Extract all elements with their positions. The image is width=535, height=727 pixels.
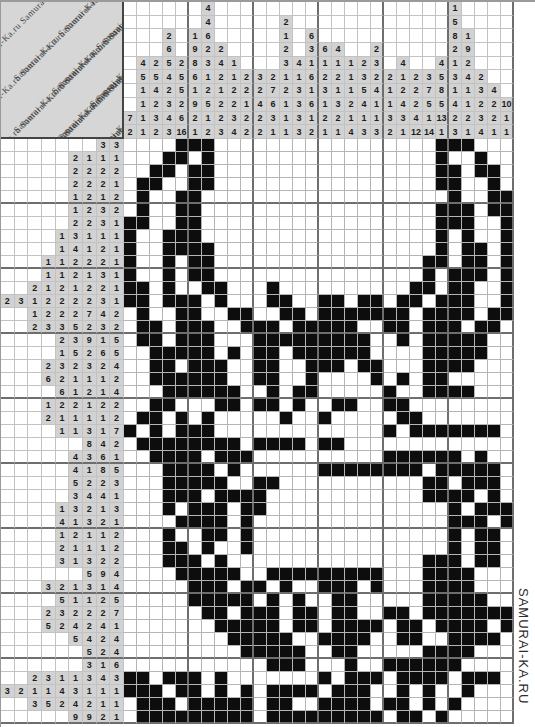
empty-cell[interactable] [332,542,345,555]
empty-cell[interactable] [384,568,397,581]
empty-cell[interactable] [384,230,397,243]
empty-cell[interactable] [332,243,345,256]
empty-cell[interactable] [345,555,358,568]
empty-cell[interactable] [345,152,358,165]
filled-cell[interactable] [124,295,137,308]
empty-cell[interactable] [449,412,462,425]
filled-cell[interactable] [137,672,150,685]
empty-cell[interactable] [397,269,410,282]
filled-cell[interactable] [475,165,488,178]
filled-cell[interactable] [254,360,267,373]
filled-cell[interactable] [371,581,384,594]
empty-cell[interactable] [410,139,423,152]
filled-cell[interactable] [423,607,436,620]
empty-cell[interactable] [137,269,150,282]
filled-cell[interactable] [358,620,371,633]
empty-cell[interactable] [215,178,228,191]
filled-cell[interactable] [124,243,137,256]
empty-cell[interactable] [306,633,319,646]
empty-cell[interactable] [124,698,137,711]
empty-cell[interactable] [358,269,371,282]
empty-cell[interactable] [319,659,332,672]
filled-cell[interactable] [124,217,137,230]
filled-cell[interactable] [241,607,254,620]
filled-cell[interactable] [176,542,189,555]
empty-cell[interactable] [345,516,358,529]
empty-cell[interactable] [423,464,436,477]
empty-cell[interactable] [124,204,137,217]
filled-cell[interactable] [293,594,306,607]
empty-cell[interactable] [202,646,215,659]
filled-cell[interactable] [293,438,306,451]
filled-cell[interactable] [215,295,228,308]
filled-cell[interactable] [345,334,358,347]
empty-cell[interactable] [228,646,241,659]
empty-cell[interactable] [410,321,423,334]
empty-cell[interactable] [215,256,228,269]
empty-cell[interactable] [475,581,488,594]
empty-cell[interactable] [397,646,410,659]
filled-cell[interactable] [319,438,332,451]
empty-cell[interactable] [215,269,228,282]
filled-cell[interactable] [254,581,267,594]
filled-cell[interactable] [124,425,137,438]
filled-cell[interactable] [215,490,228,503]
filled-cell[interactable] [280,646,293,659]
empty-cell[interactable] [488,347,501,360]
empty-cell[interactable] [501,685,514,698]
empty-cell[interactable] [254,698,267,711]
empty-cell[interactable] [475,412,488,425]
filled-cell[interactable] [436,425,449,438]
filled-cell[interactable] [280,438,293,451]
empty-cell[interactable] [488,659,501,672]
empty-cell[interactable] [319,607,332,620]
filled-cell[interactable] [163,399,176,412]
empty-cell[interactable] [280,243,293,256]
empty-cell[interactable] [358,230,371,243]
empty-cell[interactable] [254,542,267,555]
filled-cell[interactable] [436,477,449,490]
empty-cell[interactable] [397,139,410,152]
empty-cell[interactable] [384,347,397,360]
empty-cell[interactable] [293,477,306,490]
filled-cell[interactable] [189,256,202,269]
filled-cell[interactable] [462,256,475,269]
filled-cell[interactable] [215,672,228,685]
empty-cell[interactable] [280,347,293,360]
empty-cell[interactable] [501,386,514,399]
empty-cell[interactable] [371,165,384,178]
filled-cell[interactable] [345,633,358,646]
empty-cell[interactable] [215,464,228,477]
empty-cell[interactable] [332,672,345,685]
empty-cell[interactable] [319,386,332,399]
empty-cell[interactable] [202,633,215,646]
empty-cell[interactable] [501,568,514,581]
empty-cell[interactable] [423,230,436,243]
empty-cell[interactable] [241,347,254,360]
empty-cell[interactable] [319,204,332,217]
empty-cell[interactable] [163,139,176,152]
empty-cell[interactable] [124,646,137,659]
empty-cell[interactable] [267,555,280,568]
empty-cell[interactable] [410,243,423,256]
filled-cell[interactable] [384,464,397,477]
filled-cell[interactable] [436,711,449,724]
filled-cell[interactable] [176,672,189,685]
empty-cell[interactable] [488,282,501,295]
empty-cell[interactable] [228,243,241,256]
empty-cell[interactable] [410,698,423,711]
filled-cell[interactable] [397,399,410,412]
empty-cell[interactable] [137,633,150,646]
filled-cell[interactable] [319,633,332,646]
empty-cell[interactable] [384,282,397,295]
empty-cell[interactable] [358,516,371,529]
filled-cell[interactable] [241,620,254,633]
filled-cell[interactable] [215,438,228,451]
filled-cell[interactable] [254,646,267,659]
filled-cell[interactable] [202,165,215,178]
empty-cell[interactable] [371,347,384,360]
filled-cell[interactable] [462,516,475,529]
empty-cell[interactable] [163,191,176,204]
filled-cell[interactable] [254,633,267,646]
empty-cell[interactable] [410,204,423,217]
filled-cell[interactable] [462,581,475,594]
filled-cell[interactable] [475,529,488,542]
filled-cell[interactable] [345,321,358,334]
empty-cell[interactable] [280,269,293,282]
filled-cell[interactable] [475,503,488,516]
filled-cell[interactable] [436,646,449,659]
filled-cell[interactable] [189,516,202,529]
filled-cell[interactable] [241,646,254,659]
empty-cell[interactable] [228,139,241,152]
empty-cell[interactable] [371,412,384,425]
empty-cell[interactable] [137,581,150,594]
filled-cell[interactable] [319,321,332,334]
empty-cell[interactable] [228,321,241,334]
empty-cell[interactable] [345,425,358,438]
empty-cell[interactable] [358,490,371,503]
empty-cell[interactable] [475,659,488,672]
empty-cell[interactable] [254,568,267,581]
filled-cell[interactable] [397,373,410,386]
empty-cell[interactable] [280,152,293,165]
empty-cell[interactable] [384,529,397,542]
empty-cell[interactable] [163,659,176,672]
empty-cell[interactable] [137,503,150,516]
filled-cell[interactable] [150,360,163,373]
empty-cell[interactable] [501,334,514,347]
filled-cell[interactable] [189,334,202,347]
empty-cell[interactable] [345,373,358,386]
empty-cell[interactable] [163,308,176,321]
empty-cell[interactable] [488,516,501,529]
empty-cell[interactable] [384,412,397,425]
empty-cell[interactable] [371,438,384,451]
empty-cell[interactable] [436,698,449,711]
empty-cell[interactable] [163,204,176,217]
empty-cell[interactable] [488,399,501,412]
empty-cell[interactable] [475,217,488,230]
filled-cell[interactable] [202,334,215,347]
empty-cell[interactable] [202,308,215,321]
empty-cell[interactable] [306,698,319,711]
filled-cell[interactable] [397,620,410,633]
empty-cell[interactable] [202,490,215,503]
empty-cell[interactable] [306,178,319,191]
filled-cell[interactable] [449,503,462,516]
filled-cell[interactable] [267,698,280,711]
empty-cell[interactable] [150,516,163,529]
empty-cell[interactable] [137,594,150,607]
filled-cell[interactable] [423,698,436,711]
empty-cell[interactable] [358,542,371,555]
empty-cell[interactable] [332,178,345,191]
empty-cell[interactable] [384,594,397,607]
filled-cell[interactable] [228,347,241,360]
filled-cell[interactable] [189,360,202,373]
empty-cell[interactable] [384,165,397,178]
filled-cell[interactable] [488,308,501,321]
empty-cell[interactable] [293,542,306,555]
empty-cell[interactable] [397,165,410,178]
empty-cell[interactable] [488,256,501,269]
empty-cell[interactable] [254,295,267,308]
empty-cell[interactable] [124,165,137,178]
empty-cell[interactable] [449,399,462,412]
filled-cell[interactable] [449,295,462,308]
empty-cell[interactable] [488,386,501,399]
empty-cell[interactable] [306,425,319,438]
empty-cell[interactable] [124,152,137,165]
filled-cell[interactable] [150,165,163,178]
filled-cell[interactable] [501,243,514,256]
filled-cell[interactable] [228,386,241,399]
empty-cell[interactable] [124,581,137,594]
empty-cell[interactable] [332,477,345,490]
filled-cell[interactable] [436,230,449,243]
filled-cell[interactable] [423,373,436,386]
filled-cell[interactable] [176,243,189,256]
empty-cell[interactable] [163,607,176,620]
filled-cell[interactable] [189,451,202,464]
filled-cell[interactable] [436,672,449,685]
empty-cell[interactable] [150,269,163,282]
filled-cell[interactable] [436,464,449,477]
empty-cell[interactable] [488,295,501,308]
empty-cell[interactable] [488,243,501,256]
filled-cell[interactable] [488,464,501,477]
filled-cell[interactable] [267,646,280,659]
empty-cell[interactable] [462,373,475,386]
empty-cell[interactable] [345,178,358,191]
filled-cell[interactable] [436,204,449,217]
empty-cell[interactable] [241,204,254,217]
filled-cell[interactable] [189,243,202,256]
empty-cell[interactable] [267,516,280,529]
empty-cell[interactable] [150,646,163,659]
filled-cell[interactable] [267,399,280,412]
empty-cell[interactable] [267,464,280,477]
empty-cell[interactable] [215,659,228,672]
empty-cell[interactable] [449,477,462,490]
empty-cell[interactable] [345,542,358,555]
empty-cell[interactable] [176,165,189,178]
filled-cell[interactable] [488,633,501,646]
filled-cell[interactable] [163,477,176,490]
empty-cell[interactable] [345,490,358,503]
empty-cell[interactable] [501,412,514,425]
filled-cell[interactable] [267,659,280,672]
empty-cell[interactable] [228,152,241,165]
filled-cell[interactable] [176,711,189,724]
filled-cell[interactable] [202,516,215,529]
empty-cell[interactable] [410,269,423,282]
filled-cell[interactable] [241,581,254,594]
empty-cell[interactable] [397,438,410,451]
empty-cell[interactable] [358,282,371,295]
empty-cell[interactable] [137,542,150,555]
empty-cell[interactable] [176,178,189,191]
empty-cell[interactable] [150,581,163,594]
filled-cell[interactable] [306,568,319,581]
filled-cell[interactable] [475,477,488,490]
filled-cell[interactable] [215,594,228,607]
filled-cell[interactable] [488,425,501,438]
empty-cell[interactable] [293,412,306,425]
filled-cell[interactable] [488,529,501,542]
empty-cell[interactable] [462,178,475,191]
empty-cell[interactable] [293,698,306,711]
filled-cell[interactable] [501,256,514,269]
empty-cell[interactable] [345,438,358,451]
empty-cell[interactable] [332,282,345,295]
filled-cell[interactable] [254,620,267,633]
empty-cell[interactable] [332,204,345,217]
empty-cell[interactable] [293,360,306,373]
empty-cell[interactable] [215,165,228,178]
empty-cell[interactable] [150,503,163,516]
empty-cell[interactable] [410,685,423,698]
empty-cell[interactable] [410,217,423,230]
empty-cell[interactable] [137,646,150,659]
empty-cell[interactable] [345,256,358,269]
empty-cell[interactable] [501,581,514,594]
filled-cell[interactable] [436,347,449,360]
empty-cell[interactable] [137,165,150,178]
empty-cell[interactable] [293,230,306,243]
empty-cell[interactable] [319,152,332,165]
empty-cell[interactable] [215,321,228,334]
filled-cell[interactable] [280,581,293,594]
empty-cell[interactable] [436,516,449,529]
empty-cell[interactable] [423,412,436,425]
empty-cell[interactable] [371,334,384,347]
empty-cell[interactable] [501,555,514,568]
empty-cell[interactable] [267,269,280,282]
filled-cell[interactable] [241,516,254,529]
filled-cell[interactable] [488,165,501,178]
empty-cell[interactable] [332,529,345,542]
empty-cell[interactable] [241,373,254,386]
empty-cell[interactable] [449,256,462,269]
empty-cell[interactable] [189,620,202,633]
filled-cell[interactable] [189,568,202,581]
empty-cell[interactable] [358,477,371,490]
filled-cell[interactable] [189,308,202,321]
empty-cell[interactable] [137,230,150,243]
filled-cell[interactable] [163,282,176,295]
filled-cell[interactable] [293,347,306,360]
filled-cell[interactable] [163,490,176,503]
empty-cell[interactable] [410,308,423,321]
empty-cell[interactable] [488,334,501,347]
empty-cell[interactable] [345,503,358,516]
empty-cell[interactable] [202,659,215,672]
empty-cell[interactable] [371,477,384,490]
filled-cell[interactable] [475,425,488,438]
filled-cell[interactable] [462,360,475,373]
empty-cell[interactable] [410,490,423,503]
filled-cell[interactable] [345,607,358,620]
filled-cell[interactable] [449,425,462,438]
empty-cell[interactable] [371,555,384,568]
empty-cell[interactable] [280,321,293,334]
filled-cell[interactable] [280,711,293,724]
empty-cell[interactable] [228,542,241,555]
empty-cell[interactable] [215,230,228,243]
filled-cell[interactable] [397,334,410,347]
empty-cell[interactable] [358,217,371,230]
empty-cell[interactable] [358,594,371,607]
empty-cell[interactable] [124,451,137,464]
empty-cell[interactable] [423,178,436,191]
empty-cell[interactable] [436,269,449,282]
empty-cell[interactable] [176,620,189,633]
empty-cell[interactable] [358,165,371,178]
empty-cell[interactable] [228,178,241,191]
filled-cell[interactable] [163,256,176,269]
empty-cell[interactable] [423,191,436,204]
filled-cell[interactable] [423,425,436,438]
empty-cell[interactable] [124,464,137,477]
filled-cell[interactable] [501,503,514,516]
filled-cell[interactable] [215,568,228,581]
filled-cell[interactable] [228,464,241,477]
empty-cell[interactable] [293,425,306,438]
empty-cell[interactable] [384,243,397,256]
empty-cell[interactable] [449,152,462,165]
empty-cell[interactable] [267,503,280,516]
empty-cell[interactable] [358,607,371,620]
filled-cell[interactable] [293,308,306,321]
filled-cell[interactable] [462,204,475,217]
filled-cell[interactable] [137,334,150,347]
filled-cell[interactable] [423,685,436,698]
empty-cell[interactable] [319,620,332,633]
filled-cell[interactable] [449,542,462,555]
filled-cell[interactable] [462,230,475,243]
empty-cell[interactable] [267,230,280,243]
filled-cell[interactable] [306,386,319,399]
empty-cell[interactable] [267,308,280,321]
filled-cell[interactable] [436,620,449,633]
empty-cell[interactable] [306,139,319,152]
